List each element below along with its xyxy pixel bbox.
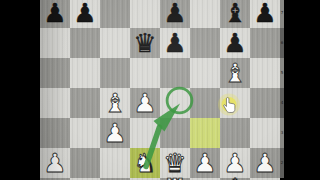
piece-white-king-g1[interactable]: ♚: [220, 173, 250, 180]
piece-white-pawn-d4[interactable]: ♟: [130, 88, 160, 118]
square-b6[interactable]: [70, 28, 100, 58]
square-e4[interactable]: [160, 88, 190, 118]
square-f4[interactable]: [190, 88, 220, 118]
square-e5[interactable]: [160, 58, 190, 88]
square-g4[interactable]: [220, 88, 250, 118]
square-h6[interactable]: [250, 28, 280, 58]
square-f1[interactable]: [190, 178, 220, 180]
square-b3[interactable]: [70, 118, 100, 148]
square-b2[interactable]: [70, 148, 100, 178]
square-b4[interactable]: [70, 88, 100, 118]
square-f6[interactable]: [190, 28, 220, 58]
square-g3[interactable]: [220, 118, 250, 148]
letterbox-left: [0, 0, 40, 180]
piece-white-pawn-h2[interactable]: ♟: [250, 148, 280, 178]
square-c1[interactable]: [100, 178, 130, 180]
square-d3[interactable]: [130, 118, 160, 148]
square-a5[interactable]: [40, 58, 70, 88]
piece-white-pawn-c3[interactable]: ♟: [100, 118, 130, 148]
square-f7[interactable]: [190, 0, 220, 28]
piece-white-pawn-a2[interactable]: ♟: [40, 148, 70, 178]
square-c2[interactable]: [100, 148, 130, 178]
piece-black-pawn-e6[interactable]: ♟: [160, 28, 190, 58]
square-f3[interactable]: [190, 118, 220, 148]
piece-black-queen-d6[interactable]: ♛: [130, 28, 160, 58]
square-h1[interactable]: [250, 178, 280, 180]
square-f5[interactable]: [190, 58, 220, 88]
piece-black-pawn-a7[interactable]: ♟: [40, 0, 70, 28]
square-h4[interactable]: [250, 88, 280, 118]
square-c7[interactable]: [100, 0, 130, 28]
square-e3[interactable]: [160, 118, 190, 148]
letterbox-right: [284, 0, 320, 180]
piece-black-pawn-h7[interactable]: ♟: [250, 0, 280, 28]
piece-white-bishop-g5[interactable]: ♝: [220, 58, 250, 88]
chess-board[interactable]: ♟♟♟♝♟♛♟♟♝♝♟♟♟♞♛♟♟♟♜♚765432: [40, 0, 284, 180]
piece-white-rook-e1[interactable]: ♜: [160, 173, 190, 180]
square-a6[interactable]: [40, 28, 70, 58]
square-d7[interactable]: [130, 0, 160, 28]
square-b5[interactable]: [70, 58, 100, 88]
piece-white-pawn-f2[interactable]: ♟: [190, 148, 220, 178]
square-h5[interactable]: [250, 58, 280, 88]
square-d1[interactable]: [130, 178, 160, 180]
square-a1[interactable]: [40, 178, 70, 180]
piece-white-bishop-c4[interactable]: ♝: [100, 88, 130, 118]
piece-white-knight-d2[interactable]: ♞: [130, 148, 160, 178]
square-c6[interactable]: [100, 28, 130, 58]
square-h3[interactable]: [250, 118, 280, 148]
square-a4[interactable]: [40, 88, 70, 118]
piece-black-bishop-g7[interactable]: ♝: [220, 0, 250, 28]
video-frame: ♟♟♟♝♟♛♟♟♝♝♟♟♟♞♛♟♟♟♜♚765432: [0, 0, 320, 180]
square-a3[interactable]: [40, 118, 70, 148]
piece-black-pawn-e7[interactable]: ♟: [160, 0, 190, 28]
square-c5[interactable]: [100, 58, 130, 88]
square-b1[interactable]: [70, 178, 100, 180]
piece-black-pawn-g6[interactable]: ♟: [220, 28, 250, 58]
piece-black-pawn-b7[interactable]: ♟: [70, 0, 100, 28]
square-d5[interactable]: [130, 58, 160, 88]
